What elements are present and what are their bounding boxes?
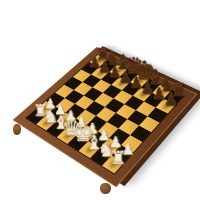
piece-black-pawn[interactable]: ♟ (164, 92, 179, 108)
board-squares: ♜♟♟♜♞♟♟♞♝♟♟♝♛♟♟♛♚♟♟♚♝♟♟♝♞♟♟♞♜♟♟♜ (27, 55, 184, 173)
piece-white-rook[interactable]: ♜ (110, 149, 126, 167)
chess-set-photo: ♜♟♟♜♞♟♟♞♝♟♟♝♛♟♟♛♚♟♟♚♝♟♟♝♞♟♟♞♜♟♟♜ (0, 0, 200, 200)
chess-board: ♜♟♟♜♞♟♟♞♝♟♟♝♛♟♟♛♚♟♟♚♝♟♟♝♞♟♟♞♜♟♟♜ (30, 32, 179, 181)
board-foot-near (100, 183, 111, 194)
board-frame: ♜♟♟♜♞♟♟♞♝♟♟♝♛♟♟♛♚♟♟♚♝♟♟♝♞♟♟♞♜♟♟♜ (13, 47, 198, 187)
board-foot-left (13, 124, 21, 135)
